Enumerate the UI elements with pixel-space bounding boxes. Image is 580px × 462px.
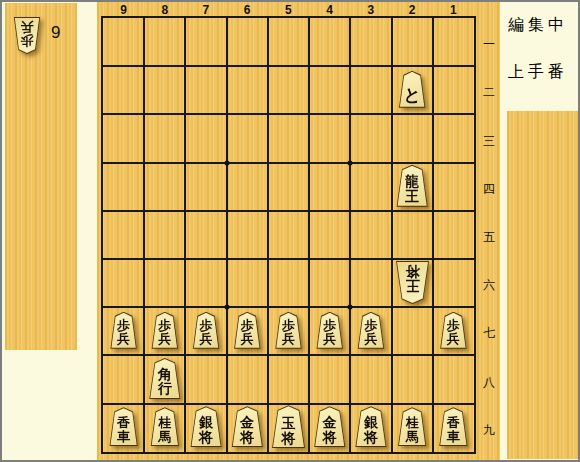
board-cell-5-3[interactable] bbox=[268, 114, 309, 162]
board-cell-5-4[interactable] bbox=[268, 163, 309, 211]
piece-kanji: 王 bbox=[405, 189, 419, 204]
file-label: 8 bbox=[144, 3, 185, 17]
board-cell-5-8[interactable] bbox=[268, 355, 309, 403]
shogi-piece[interactable]: 金将 bbox=[231, 406, 264, 447]
board-cell-9-2[interactable] bbox=[103, 66, 144, 114]
piece-kanji: 桂 bbox=[158, 416, 171, 430]
piece-kanji: 兵 bbox=[323, 332, 336, 346]
board-cell-4-3[interactable] bbox=[309, 114, 350, 162]
piece-kanji: 将 bbox=[323, 430, 337, 445]
board-cell-4-1[interactable] bbox=[309, 18, 350, 66]
file-labels: 987654321 bbox=[97, 2, 500, 17]
shogi-editor-window: 歩兵 9 987654321 と龍王王将歩兵歩兵歩兵歩兵歩兵歩兵歩兵歩兵角行香車… bbox=[0, 0, 580, 462]
file-label: 2 bbox=[392, 3, 433, 17]
piece-kanji: 金 bbox=[240, 415, 254, 430]
piece-kanji: 兵 bbox=[21, 20, 34, 34]
shogi-piece[interactable]: 桂馬 bbox=[397, 407, 427, 446]
file-label: 4 bbox=[309, 3, 350, 17]
board-cell-7-1[interactable] bbox=[185, 18, 226, 66]
rank-label: 一 bbox=[478, 36, 500, 53]
status-turn: 上手番 bbox=[508, 62, 580, 83]
piece-kanji: 銀 bbox=[364, 415, 378, 430]
file-label: 7 bbox=[185, 3, 226, 17]
piece-kanji: 兵 bbox=[447, 332, 460, 346]
file-label: 3 bbox=[350, 3, 391, 17]
piece-kanji: 桂 bbox=[406, 416, 419, 430]
board-cell-3-6[interactable] bbox=[350, 259, 391, 307]
board-cell-6-8[interactable] bbox=[227, 355, 268, 403]
piece-kanji: 将 bbox=[281, 431, 295, 446]
piece-kanji: 玉 bbox=[281, 416, 295, 431]
file-label: 6 bbox=[227, 3, 268, 17]
piece-kanji: 歩 bbox=[158, 319, 171, 333]
board-cell-6-5[interactable] bbox=[227, 211, 268, 259]
board-cell-7-5[interactable] bbox=[185, 211, 226, 259]
piece-kanji: 将 bbox=[199, 430, 213, 445]
piece-kanji: 行 bbox=[158, 381, 172, 396]
board-cell-7-4[interactable] bbox=[185, 163, 226, 211]
gote-komadai: 歩兵 9 bbox=[5, 3, 77, 350]
piece-kanji: 歩 bbox=[200, 319, 213, 333]
board-cell-2-1[interactable] bbox=[392, 18, 433, 66]
shogi-piece[interactable]: と bbox=[398, 71, 426, 108]
shogi-piece[interactable]: 歩兵 bbox=[151, 312, 179, 349]
piece-kanji: 歩 bbox=[364, 319, 377, 333]
status-mode: 編集中 bbox=[508, 15, 580, 36]
shogi-piece[interactable]: 歩兵 bbox=[316, 312, 344, 349]
board-cell-3-4[interactable] bbox=[350, 163, 391, 211]
shogi-piece[interactable]: 歩兵 bbox=[357, 312, 385, 349]
shogi-piece[interactable]: 玉将 bbox=[271, 405, 306, 448]
rank-label: 六 bbox=[478, 277, 500, 294]
shogi-piece[interactable]: 香車 bbox=[109, 407, 139, 446]
rank-label: 二 bbox=[478, 84, 500, 101]
board-cell-3-1[interactable] bbox=[350, 18, 391, 66]
shogi-piece[interactable]: 歩兵 bbox=[192, 312, 220, 349]
board-cell-8-3[interactable] bbox=[144, 114, 185, 162]
board-cell-1-3[interactable] bbox=[433, 114, 474, 162]
piece-kanji: 車 bbox=[117, 430, 130, 444]
board-cell-1-8[interactable] bbox=[433, 355, 474, 403]
board-cell-1-5[interactable] bbox=[433, 211, 474, 259]
piece-kanji: 兵 bbox=[117, 332, 130, 346]
piece-kanji: と bbox=[403, 87, 420, 105]
shogi-piece[interactable]: 歩兵 bbox=[110, 312, 138, 349]
shogi-piece[interactable]: 王将 bbox=[395, 261, 430, 304]
shogi-piece[interactable]: 金将 bbox=[313, 406, 346, 447]
piece-kanji: 車 bbox=[447, 430, 460, 444]
piece-kanji: 歩 bbox=[117, 319, 130, 333]
rank-label: 五 bbox=[478, 229, 500, 246]
file-label: 5 bbox=[268, 3, 309, 17]
sente-komadai bbox=[507, 111, 579, 459]
board-cell-3-5[interactable] bbox=[350, 211, 391, 259]
rank-label: 七 bbox=[478, 325, 500, 342]
board-cell-4-2[interactable] bbox=[309, 66, 350, 114]
file-label: 9 bbox=[103, 3, 144, 17]
piece-kanji: 兵 bbox=[282, 332, 295, 346]
piece-kanji: 香 bbox=[117, 416, 130, 430]
board-cell-6-3[interactable] bbox=[227, 114, 268, 162]
board-cell-5-1[interactable] bbox=[268, 18, 309, 66]
board-cell-9-3[interactable] bbox=[103, 114, 144, 162]
piece-kanji: 将 bbox=[364, 430, 378, 445]
piece-kanji: 歩 bbox=[241, 319, 254, 333]
rank-label: 四 bbox=[478, 181, 500, 198]
board-cell-2-8[interactable] bbox=[392, 355, 433, 403]
board-cell-9-6[interactable] bbox=[103, 259, 144, 307]
board-cell-7-3[interactable] bbox=[185, 114, 226, 162]
piece-kanji: 兵 bbox=[158, 332, 171, 346]
piece-kanji: 香 bbox=[447, 416, 460, 430]
piece-kanji: 馬 bbox=[406, 430, 419, 444]
rank-label: 九 bbox=[478, 422, 500, 439]
board-cell-2-3[interactable] bbox=[392, 114, 433, 162]
piece-kanji: 将 bbox=[240, 430, 254, 445]
board-cell-2-5[interactable] bbox=[392, 211, 433, 259]
piece-kanji: 兵 bbox=[241, 332, 254, 346]
board-cell-9-4[interactable] bbox=[103, 163, 144, 211]
hand-count: 9 bbox=[51, 23, 60, 43]
board-cell-5-6[interactable] bbox=[268, 259, 309, 307]
shogi-piece[interactable]: 銀将 bbox=[190, 406, 223, 447]
board-cell-1-6[interactable] bbox=[433, 259, 474, 307]
piece-kanji: 金 bbox=[323, 415, 337, 430]
board-cell-9-1[interactable] bbox=[103, 18, 144, 66]
piece-kanji: 龍 bbox=[405, 174, 419, 189]
board-cell-4-5[interactable] bbox=[309, 211, 350, 259]
board: 987654321 と龍王王将歩兵歩兵歩兵歩兵歩兵歩兵歩兵歩兵角行香車桂馬銀将金… bbox=[97, 2, 500, 460]
board-cell-5-2[interactable] bbox=[268, 66, 309, 114]
board-cell-7-6[interactable] bbox=[185, 259, 226, 307]
board-grid: と龍王王将歩兵歩兵歩兵歩兵歩兵歩兵歩兵歩兵角行香車桂馬銀将金将玉将金将銀将桂馬香… bbox=[101, 16, 476, 454]
piece-kanji: 馬 bbox=[158, 430, 171, 444]
board-cell-1-4[interactable] bbox=[433, 163, 474, 211]
shogi-piece[interactable]: 角行 bbox=[148, 358, 181, 399]
rank-label: 八 bbox=[478, 374, 500, 391]
board-cell-5-5[interactable] bbox=[268, 211, 309, 259]
board-cell-9-8[interactable] bbox=[103, 355, 144, 403]
board-cell-4-4[interactable] bbox=[309, 163, 350, 211]
piece-kanji: 歩 bbox=[323, 319, 336, 333]
board-cell-8-5[interactable] bbox=[144, 211, 185, 259]
shogi-piece[interactable]: 歩兵 bbox=[233, 312, 261, 349]
board-cell-1-1[interactable] bbox=[433, 18, 474, 66]
board-cell-3-8[interactable] bbox=[350, 355, 391, 403]
board-cell-6-2[interactable] bbox=[227, 66, 268, 114]
rank-labels: 一二三四五六七八九 bbox=[478, 18, 500, 454]
board-cell-1-2[interactable] bbox=[433, 66, 474, 114]
board-cell-6-6[interactable] bbox=[227, 259, 268, 307]
board-cell-7-8[interactable] bbox=[185, 355, 226, 403]
shogi-piece[interactable]: 龍王 bbox=[396, 165, 429, 207]
shogi-piece[interactable]: 銀将 bbox=[354, 406, 387, 447]
board-cell-4-8[interactable] bbox=[309, 355, 350, 403]
shogi-piece[interactable]: 桂馬 bbox=[150, 407, 180, 446]
board-cell-3-3[interactable] bbox=[350, 114, 391, 162]
file-label: 1 bbox=[433, 3, 474, 17]
piece-kanji: 歩 bbox=[447, 319, 460, 333]
board-cell-8-2[interactable] bbox=[144, 66, 185, 114]
rank-label: 三 bbox=[478, 133, 500, 150]
board-cell-7-2[interactable] bbox=[185, 66, 226, 114]
piece-kanji: 兵 bbox=[364, 332, 377, 346]
board-cell-8-1[interactable] bbox=[144, 18, 185, 66]
board-cell-4-6[interactable] bbox=[309, 259, 350, 307]
piece-kanji: 歩 bbox=[282, 319, 295, 333]
board-cell-2-7[interactable] bbox=[392, 307, 433, 355]
shogi-piece[interactable]: 香車 bbox=[438, 407, 468, 446]
board-cell-6-1[interactable] bbox=[227, 18, 268, 66]
board-cell-3-2[interactable] bbox=[350, 66, 391, 114]
board-cell-9-5[interactable] bbox=[103, 211, 144, 259]
shogi-piece[interactable]: 歩兵 bbox=[439, 312, 467, 349]
piece-kanji: 将 bbox=[405, 264, 419, 279]
piece-kanji: 銀 bbox=[199, 415, 213, 430]
piece-kanji: 兵 bbox=[200, 332, 213, 346]
piece-kanji: 角 bbox=[158, 367, 172, 382]
board-cell-8-6[interactable] bbox=[144, 259, 185, 307]
piece-kanji: 王 bbox=[405, 278, 419, 293]
board-cell-8-4[interactable] bbox=[144, 163, 185, 211]
piece-kanji: 歩 bbox=[21, 34, 34, 48]
board-cell-6-4[interactable] bbox=[227, 163, 268, 211]
hand-piece[interactable]: 歩兵 bbox=[13, 17, 41, 54]
shogi-piece[interactable]: 歩兵 bbox=[274, 312, 302, 349]
